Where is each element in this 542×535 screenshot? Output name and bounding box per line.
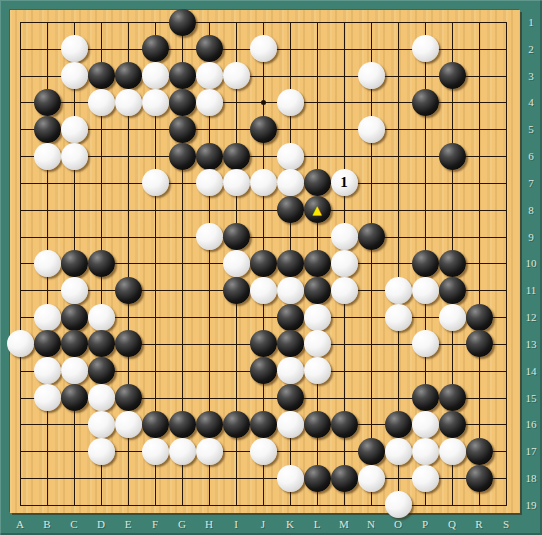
white-stone-C6[interactable] [61, 143, 88, 170]
white-stone-O19[interactable] [385, 491, 412, 518]
black-stone-D3[interactable] [88, 62, 115, 89]
row-label-14: 14 [522, 365, 540, 377]
black-stone-K12[interactable] [277, 304, 304, 331]
black-stone-E3[interactable] [115, 62, 142, 89]
black-stone-Q16[interactable] [439, 411, 466, 438]
white-stone-C5[interactable] [61, 116, 88, 143]
move-number-label: 1 [340, 175, 348, 190]
white-stone-B6[interactable] [34, 143, 61, 170]
white-stone-J17[interactable] [250, 438, 277, 465]
black-stone-K15[interactable] [277, 384, 304, 411]
row-label-8: 8 [522, 204, 540, 216]
white-stone-F17[interactable] [142, 438, 169, 465]
black-stone-D14[interactable] [88, 357, 115, 384]
row-label-19: 19 [522, 499, 540, 511]
black-stone-K8[interactable] [277, 196, 304, 223]
row-label-12: 12 [522, 311, 540, 323]
black-stone-P10[interactable] [412, 250, 439, 277]
white-stone-A13[interactable] [7, 330, 34, 357]
black-stone-R18[interactable] [466, 465, 493, 492]
white-stone-I10[interactable] [223, 250, 250, 277]
white-stone-D16[interactable] [88, 411, 115, 438]
col-label-M: M [336, 518, 352, 530]
black-stone-L8[interactable]: ▲ [304, 196, 331, 223]
row-label-7: 7 [522, 177, 540, 189]
white-stone-D4[interactable] [88, 89, 115, 116]
black-stone-Q6[interactable] [439, 143, 466, 170]
grid-line-horizontal [20, 210, 507, 211]
col-label-K: K [282, 518, 298, 530]
white-stone-K4[interactable] [277, 89, 304, 116]
black-stone-Q10[interactable] [439, 250, 466, 277]
black-stone-F2[interactable] [142, 35, 169, 62]
white-stone-P11[interactable] [412, 277, 439, 304]
white-stone-B12[interactable] [34, 304, 61, 331]
white-stone-D15[interactable] [88, 384, 115, 411]
row-label-5: 5 [522, 123, 540, 135]
col-label-A: A [12, 518, 28, 530]
white-stone-B10[interactable] [34, 250, 61, 277]
col-label-L: L [309, 518, 325, 530]
black-stone-C15[interactable] [61, 384, 88, 411]
white-stone-I7[interactable] [223, 169, 250, 196]
white-stone-M7[interactable]: 1 [331, 169, 358, 196]
black-stone-P15[interactable] [412, 384, 439, 411]
black-stone-G5[interactable] [169, 116, 196, 143]
col-label-R: R [471, 518, 487, 530]
grid-line-horizontal [20, 237, 507, 238]
row-label-18: 18 [522, 472, 540, 484]
white-stone-L13[interactable] [304, 330, 331, 357]
white-stone-B15[interactable] [34, 384, 61, 411]
col-label-Q: Q [444, 518, 460, 530]
col-label-O: O [390, 518, 406, 530]
white-stone-K16[interactable] [277, 411, 304, 438]
row-label-9: 9 [522, 231, 540, 243]
white-stone-M11[interactable] [331, 277, 358, 304]
white-stone-H7[interactable] [196, 169, 223, 196]
black-stone-B4[interactable] [34, 89, 61, 116]
col-label-N: N [363, 518, 379, 530]
black-stone-I11[interactable] [223, 277, 250, 304]
black-stone-Q3[interactable] [439, 62, 466, 89]
white-stone-D12[interactable] [88, 304, 115, 331]
col-label-I: I [228, 518, 244, 530]
col-label-C: C [66, 518, 82, 530]
white-stone-E16[interactable] [115, 411, 142, 438]
black-stone-M18[interactable] [331, 465, 358, 492]
white-stone-M9[interactable] [331, 223, 358, 250]
white-stone-F4[interactable] [142, 89, 169, 116]
row-label-17: 17 [522, 445, 540, 457]
white-stone-F7[interactable] [142, 169, 169, 196]
white-stone-C2[interactable] [61, 35, 88, 62]
row-label-10: 10 [522, 257, 540, 269]
go-diagram-frame: 1▲ ABCDEFGHIJKLMNOPQRS 12345678910111213… [0, 0, 542, 535]
black-stone-E15[interactable] [115, 384, 142, 411]
black-stone-I16[interactable] [223, 411, 250, 438]
grid-line-horizontal [20, 22, 507, 23]
white-stone-N5[interactable] [358, 116, 385, 143]
black-stone-E13[interactable] [115, 330, 142, 357]
white-stone-C11[interactable] [61, 277, 88, 304]
black-stone-K10[interactable] [277, 250, 304, 277]
white-stone-C3[interactable] [61, 62, 88, 89]
white-stone-Q12[interactable] [439, 304, 466, 331]
goban[interactable]: 1▲ [10, 10, 520, 513]
black-stone-J13[interactable] [250, 330, 277, 357]
white-stone-P17[interactable] [412, 438, 439, 465]
black-stone-R12[interactable] [466, 304, 493, 331]
col-label-P: P [417, 518, 433, 530]
white-stone-E4[interactable] [115, 89, 142, 116]
white-stone-O17[interactable] [385, 438, 412, 465]
white-stone-J11[interactable] [250, 277, 277, 304]
white-stone-H17[interactable] [196, 438, 223, 465]
black-stone-H16[interactable] [196, 411, 223, 438]
col-label-B: B [39, 518, 55, 530]
white-stone-L12[interactable] [304, 304, 331, 331]
black-stone-C12[interactable] [61, 304, 88, 331]
black-stone-P4[interactable] [412, 89, 439, 116]
row-label-16: 16 [522, 418, 540, 430]
white-stone-K14[interactable] [277, 357, 304, 384]
black-stone-B5[interactable] [34, 116, 61, 143]
col-label-G: G [174, 518, 190, 530]
black-stone-R13[interactable] [466, 330, 493, 357]
black-stone-G6[interactable] [169, 143, 196, 170]
black-stone-N17[interactable] [358, 438, 385, 465]
black-stone-B13[interactable] [34, 330, 61, 357]
black-stone-D10[interactable] [88, 250, 115, 277]
white-stone-J2[interactable] [250, 35, 277, 62]
black-stone-L18[interactable] [304, 465, 331, 492]
white-stone-P16[interactable] [412, 411, 439, 438]
black-stone-J10[interactable] [250, 250, 277, 277]
grid-line-horizontal [20, 505, 507, 506]
black-stone-G4[interactable] [169, 89, 196, 116]
white-stone-I3[interactable] [223, 62, 250, 89]
black-stone-E11[interactable] [115, 277, 142, 304]
black-stone-F16[interactable] [142, 411, 169, 438]
row-label-6: 6 [522, 150, 540, 162]
white-stone-G17[interactable] [169, 438, 196, 465]
white-stone-P2[interactable] [412, 35, 439, 62]
white-stone-F3[interactable] [142, 62, 169, 89]
white-stone-K18[interactable] [277, 465, 304, 492]
col-label-J: J [255, 518, 271, 530]
col-label-D: D [93, 518, 109, 530]
white-stone-H9[interactable] [196, 223, 223, 250]
black-stone-G3[interactable] [169, 62, 196, 89]
black-stone-G1[interactable] [169, 9, 196, 36]
white-stone-H3[interactable] [196, 62, 223, 89]
col-label-S: S [498, 518, 514, 530]
white-stone-J7[interactable] [250, 169, 277, 196]
black-stone-R17[interactable] [466, 438, 493, 465]
black-stone-L11[interactable] [304, 277, 331, 304]
white-stone-O11[interactable] [385, 277, 412, 304]
row-label-11: 11 [522, 284, 540, 296]
white-stone-L14[interactable] [304, 357, 331, 384]
triangle-marker-icon: ▲ [312, 204, 321, 216]
row-label-4: 4 [522, 96, 540, 108]
col-label-F: F [147, 518, 163, 530]
black-stone-Q11[interactable] [439, 277, 466, 304]
black-stone-L7[interactable] [304, 169, 331, 196]
black-stone-N9[interactable] [358, 223, 385, 250]
black-stone-J16[interactable] [250, 411, 277, 438]
black-stone-C10[interactable] [61, 250, 88, 277]
white-stone-D17[interactable] [88, 438, 115, 465]
white-stone-O12[interactable] [385, 304, 412, 331]
white-stone-P13[interactable] [412, 330, 439, 357]
black-stone-H6[interactable] [196, 143, 223, 170]
row-label-3: 3 [522, 70, 540, 82]
black-stone-K13[interactable] [277, 330, 304, 357]
black-stone-L16[interactable] [304, 411, 331, 438]
black-stone-J5[interactable] [250, 116, 277, 143]
black-stone-M16[interactable] [331, 411, 358, 438]
row-label-1: 1 [522, 16, 540, 28]
star-point-J4 [261, 100, 266, 105]
black-stone-H2[interactable] [196, 35, 223, 62]
white-stone-K11[interactable] [277, 277, 304, 304]
black-stone-G16[interactable] [169, 411, 196, 438]
white-stone-N18[interactable] [358, 465, 385, 492]
row-label-13: 13 [522, 338, 540, 350]
white-stone-C14[interactable] [61, 357, 88, 384]
white-stone-M10[interactable] [331, 250, 358, 277]
col-label-H: H [201, 518, 217, 530]
row-label-2: 2 [522, 43, 540, 55]
white-stone-H4[interactable] [196, 89, 223, 116]
black-stone-D13[interactable] [88, 330, 115, 357]
black-stone-C13[interactable] [61, 330, 88, 357]
grid-line-horizontal [20, 156, 507, 157]
black-stone-I6[interactable] [223, 143, 250, 170]
black-stone-L10[interactable] [304, 250, 331, 277]
col-label-E: E [120, 518, 136, 530]
white-stone-K6[interactable] [277, 143, 304, 170]
white-stone-Q17[interactable] [439, 438, 466, 465]
black-stone-O16[interactable] [385, 411, 412, 438]
white-stone-N3[interactable] [358, 62, 385, 89]
row-label-15: 15 [522, 392, 540, 404]
black-stone-Q15[interactable] [439, 384, 466, 411]
white-stone-K7[interactable] [277, 169, 304, 196]
black-stone-I9[interactable] [223, 223, 250, 250]
black-stone-J14[interactable] [250, 357, 277, 384]
white-stone-P18[interactable] [412, 465, 439, 492]
white-stone-B14[interactable] [34, 357, 61, 384]
